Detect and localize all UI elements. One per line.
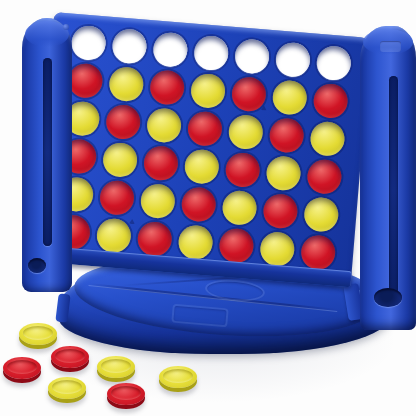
grid-cell-r1c7[interactable] — [311, 42, 355, 83]
yellow-disc-in-grid — [177, 224, 214, 261]
pillar-slot — [389, 76, 398, 304]
yellow-disc-in-grid — [309, 120, 346, 157]
empty-hole — [274, 41, 311, 78]
grid-cell-r3c7[interactable] — [305, 118, 349, 159]
red-disc-in-grid — [299, 234, 336, 271]
support-pillar-left — [22, 18, 72, 292]
grid-cell-r2c3[interactable] — [145, 67, 189, 108]
yellow-disc-in-grid — [265, 155, 302, 192]
red-disc-in-grid — [136, 221, 173, 258]
loose-disc-red[interactable] — [51, 346, 89, 368]
yellow-disc-in-grid — [271, 79, 308, 116]
yellow-disc-in-grid — [145, 107, 182, 144]
hinge-pin — [63, 24, 69, 30]
loose-disc-yellow[interactable] — [19, 323, 57, 345]
hasbro-embossed-logo — [380, 41, 401, 52]
empty-hole — [192, 35, 229, 72]
empty-hole — [70, 25, 107, 62]
yellow-disc-in-grid — [183, 148, 220, 185]
red-disc-in-grid — [262, 193, 299, 230]
empty-hole — [151, 31, 188, 68]
grid-cell-r1c1[interactable] — [66, 22, 110, 63]
pillar-foot-hole — [374, 288, 402, 307]
red-disc-in-grid — [186, 110, 223, 147]
grid-cell-r1c4[interactable] — [189, 32, 233, 73]
grid-cell-r5c7[interactable] — [299, 194, 343, 235]
grid-cell-r1c6[interactable] — [270, 39, 314, 80]
pillar-slot — [43, 58, 52, 246]
grid-cell-r3c4[interactable] — [182, 108, 226, 149]
grid-cell-r4c4[interactable] — [179, 146, 223, 187]
red-disc-in-grid — [312, 83, 349, 120]
loose-disc-red[interactable] — [3, 357, 41, 379]
yellow-disc-in-grid — [227, 114, 264, 151]
empty-hole — [315, 45, 352, 82]
grid-cell-r2c7[interactable] — [308, 80, 352, 121]
empty-hole — [233, 38, 270, 75]
product-photo-scene — [0, 0, 416, 416]
yellow-disc-in-grid — [258, 231, 295, 268]
red-disc-in-grid — [98, 179, 135, 216]
grid-cell-r3c2[interactable] — [101, 101, 145, 142]
red-disc-in-grid — [306, 158, 343, 195]
yellow-disc-in-grid — [107, 66, 144, 103]
grid-cell-r5c3[interactable] — [135, 180, 179, 221]
grid-cell-r2c6[interactable] — [267, 77, 311, 118]
pillar-foot-hole — [28, 258, 46, 273]
support-pillar-right — [360, 26, 416, 330]
loose-disc-yellow[interactable] — [48, 377, 86, 399]
grid-cell-r1c3[interactable] — [148, 29, 192, 70]
grid-cell-r4c6[interactable] — [261, 153, 305, 194]
grid-cell-r5c2[interactable] — [95, 177, 139, 218]
grid-cell-r2c4[interactable] — [186, 70, 230, 111]
red-disc-in-grid — [218, 227, 255, 264]
grid-cell-r3c3[interactable] — [142, 105, 186, 146]
yellow-disc-in-grid — [221, 189, 258, 226]
grid-cell-r5c4[interactable] — [176, 184, 220, 225]
empty-hole — [111, 28, 148, 65]
yellow-disc-in-grid — [139, 183, 176, 220]
yellow-disc-in-grid — [189, 73, 226, 110]
grid-cell-r3c6[interactable] — [264, 115, 308, 156]
loose-disc-yellow[interactable] — [97, 356, 135, 378]
connect-four-board — [34, 12, 371, 279]
grid-cell-r1c5[interactable] — [230, 36, 274, 77]
red-disc-in-grid — [142, 145, 179, 182]
grid-cell-r4c7[interactable] — [302, 156, 346, 197]
red-disc-in-grid — [67, 62, 104, 99]
red-disc-in-grid — [148, 69, 185, 106]
grid-cell-r1c2[interactable] — [107, 26, 151, 67]
yellow-disc-in-grid — [302, 196, 339, 233]
red-disc-in-grid — [230, 76, 267, 113]
grid-cell-r4c3[interactable] — [138, 143, 182, 184]
grid-cell-r4c2[interactable] — [98, 139, 142, 180]
loose-disc-red[interactable] — [107, 383, 145, 405]
board-grid — [51, 22, 356, 273]
grid-cell-r4c5[interactable] — [220, 149, 264, 190]
yellow-disc-in-grid — [95, 217, 132, 254]
red-disc-in-grid — [104, 104, 141, 141]
grid-cell-r5c5[interactable] — [217, 187, 261, 228]
red-disc-in-grid — [224, 152, 261, 189]
red-disc-in-grid — [268, 117, 305, 154]
yellow-disc-in-grid — [101, 142, 138, 179]
grid-cell-r2c2[interactable] — [104, 64, 148, 105]
grid-cell-r5c6[interactable] — [258, 191, 302, 232]
loose-disc-yellow[interactable] — [159, 366, 197, 388]
red-disc-in-grid — [180, 186, 217, 223]
grid-cell-r3c5[interactable] — [223, 111, 267, 152]
